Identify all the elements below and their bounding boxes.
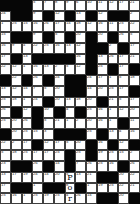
cell-r11c1[interactable]: 26 [0, 107, 11, 118]
cell-r18c4[interactable]: 1 [32, 183, 43, 194]
cell-code-number: 12 [12, 86, 17, 90]
cell-r6c10[interactable]: 13 [97, 54, 108, 65]
cell-code-number: 25 [1, 97, 6, 101]
cell-code-number: 20 [119, 193, 124, 197]
block-r4c11 [108, 32, 119, 43]
cell-code-number: 24 [33, 97, 38, 101]
cell-r3c3[interactable]: 15 [22, 21, 33, 32]
cell-r19c12[interactable]: 20 [118, 193, 129, 204]
cell-r8c10[interactable]: 17 [97, 75, 108, 86]
cell-code-number: 6 [76, 0, 78, 4]
cell-r10c11[interactable]: 21 [108, 97, 119, 108]
cell-r7c3[interactable]: 1 [22, 64, 33, 75]
cell-r15c13[interactable]: 2 [129, 150, 140, 161]
cell-r19c9[interactable]: 14 [86, 193, 97, 204]
cell-r8c2[interactable]: 22 [11, 75, 22, 86]
cell-r9c1[interactable]: 13 [0, 86, 11, 97]
cell-code-number: 12 [55, 11, 60, 15]
block-r6c2 [11, 54, 22, 65]
cell-r13c13[interactable]: 16 [129, 129, 140, 140]
cell-code-number: 20 [55, 172, 60, 176]
cell-r7c4[interactable]: 16 [32, 64, 43, 75]
cell-code-number: 1 [23, 97, 25, 101]
cell-code-number: 12 [12, 64, 17, 68]
cell-r19c3[interactable]: 1 [22, 193, 33, 204]
cell-r13c9[interactable]: 25 [86, 129, 97, 140]
cell-code-number: 20 [130, 107, 135, 111]
cell-r2c10[interactable]: 12 [97, 11, 108, 22]
given-letter: P [66, 173, 75, 182]
cell-r14c1[interactable]: 22 [0, 140, 11, 151]
cell-r11c12[interactable]: 12 [118, 107, 129, 118]
cell-code-number: 10 [44, 107, 49, 111]
cell-r7c5[interactable]: 13 [43, 64, 54, 75]
cell-code-number: 4 [119, 129, 121, 133]
cell-r15c3[interactable]: 25 [22, 150, 33, 161]
cell-r4c8[interactable]: 20 [75, 32, 86, 43]
cell-r9c4[interactable]: 7 [32, 86, 43, 97]
cell-r14c6[interactable]: 17 [54, 140, 65, 151]
cell-code-number: 15 [119, 150, 124, 154]
block-r5c9 [86, 43, 97, 54]
cell-r9c6[interactable]: 20 [54, 86, 65, 97]
cell-r2c1[interactable]: 24 [0, 11, 11, 22]
cell-code-number: 25 [55, 193, 60, 197]
cell-r12c11[interactable]: 1 [108, 118, 119, 129]
cell-r11c10[interactable]: 16 [97, 107, 108, 118]
block-r19c13 [129, 193, 140, 204]
cell-code-number: 22 [12, 75, 17, 79]
cell-r19c4[interactable]: 25 [32, 193, 43, 204]
cell-r14c3[interactable]: 17 [22, 140, 33, 151]
block-r17c10 [97, 172, 108, 183]
cell-r10c8[interactable]: 18 [75, 97, 86, 108]
cell-r8c4[interactable]: 26 [32, 75, 43, 86]
cell-r4c6[interactable]: 5 [54, 32, 65, 43]
cell-code-number: 17 [130, 97, 135, 101]
block-r5c10 [97, 43, 108, 54]
cell-r10c4[interactable]: 24 [32, 97, 43, 108]
cell-code-number: 10 [87, 0, 92, 4]
cell-r14c7[interactable]: 5 [65, 140, 76, 151]
block-r4c9 [86, 32, 97, 43]
cell-code-number: 7 [44, 0, 46, 4]
cell-r14c2[interactable]: 2 [11, 140, 22, 151]
cell-code-number: 21 [130, 183, 135, 187]
cell-code-number: 13 [76, 11, 81, 15]
block-r2c3 [22, 11, 33, 22]
block-r18c5 [43, 183, 54, 194]
cell-r17c3[interactable]: 19 [22, 172, 33, 183]
block-r14c13 [129, 140, 140, 151]
cell-r15c10[interactable]: 19 [97, 150, 108, 161]
cell-code-number: 26 [44, 21, 49, 25]
cell-r11c11[interactable]: 1 [108, 107, 119, 118]
cell-r6c1[interactable]: 17 [0, 54, 11, 65]
cell-code-number: 16 [130, 129, 135, 133]
cell-r12c3[interactable]: 26 [22, 118, 33, 129]
cell-r9c2[interactable]: 12 [11, 86, 22, 97]
cell-code-number: 4 [23, 43, 25, 47]
cell-r17c5[interactable]: 14 [43, 172, 54, 183]
cell-r3c10[interactable]: 16 [97, 21, 108, 32]
cell-r8c11[interactable]: 1 [108, 75, 119, 86]
cell-r19c8[interactable]: 26 [75, 193, 86, 204]
cell-r18c10[interactable]: 19 [97, 183, 108, 194]
cell-r7c6[interactable]: 2 [54, 64, 65, 75]
cell-r19c6[interactable]: 25 [54, 193, 65, 204]
cell-r3c6[interactable]: 17 [54, 21, 65, 32]
cell-code-number: 25 [76, 150, 81, 154]
cell-code-number: 17 [55, 140, 60, 144]
cell-code-number: 14 [66, 21, 71, 25]
cell-r3c13[interactable]: 22 [129, 21, 140, 32]
cell-r8c13[interactable]: 18 [129, 75, 140, 86]
cell-code-number: 25 [1, 193, 6, 197]
cell-r4c1[interactable]: 15 [0, 32, 11, 43]
cell-r15c2[interactable]: 18 [11, 150, 22, 161]
cell-code-number: 1 [23, 64, 25, 68]
block-r8c3 [22, 75, 33, 86]
cell-r16c8[interactable]: 7 [75, 161, 86, 172]
cell-r1c13[interactable]: 21 [129, 0, 140, 11]
cell-r5c2[interactable]: 9 [11, 43, 22, 54]
block-r13c7 [65, 129, 76, 140]
cell-r18c7[interactable]: 8o [65, 183, 76, 194]
cell-code-number: 2 [130, 11, 132, 15]
cell-r15c4[interactable]: 17 [32, 150, 43, 161]
cell-code-number: 1 [109, 75, 111, 79]
cell-r1c11[interactable]: 12 [108, 0, 119, 11]
cell-code-number: 20 [12, 129, 17, 133]
cell-code-number: 14 [23, 86, 28, 90]
cell-r18c11[interactable]: 25 [108, 183, 119, 194]
cell-code-number: 2 [12, 140, 14, 144]
cell-r5c6[interactable]: 16 [54, 43, 65, 54]
cell-r12c2[interactable]: 20 [11, 118, 22, 129]
cell-r15c11[interactable]: 25 [108, 150, 119, 161]
cell-code-number: 2 [76, 118, 78, 122]
cell-r3c11[interactable]: 11 [108, 21, 119, 32]
cell-r8c6[interactable]: 24 [54, 75, 65, 86]
block-r10c5 [43, 97, 54, 108]
block-r18c3 [22, 183, 33, 194]
cell-r14c8[interactable]: 20 [75, 140, 86, 151]
cell-r16c4[interactable]: 26 [32, 161, 43, 172]
cell-code-number: 21 [130, 0, 135, 4]
block-r11c4 [32, 107, 43, 118]
cell-r10c3[interactable]: 1 [22, 97, 33, 108]
cell-r9c11[interactable]: 25 [108, 86, 119, 97]
cell-code-number: 12 [109, 0, 114, 4]
cell-code-number: 20 [76, 32, 81, 36]
cell-code-number: 19 [23, 172, 28, 176]
cell-r1c7[interactable]: 9 [65, 0, 76, 11]
block-r2c2 [11, 11, 22, 22]
cell-code-number: 25 [12, 21, 17, 25]
cell-r18c1[interactable]: 17 [0, 183, 11, 194]
cell-r15c12[interactable]: 15 [118, 150, 129, 161]
cell-code-number: 2 [130, 150, 132, 154]
cell-code-number: 26 [119, 32, 124, 36]
cell-r5c11[interactable]: 2 [108, 43, 119, 54]
block-r1c1 [0, 0, 11, 11]
cell-r7c1[interactable]: 22 [0, 64, 11, 75]
cell-r4c4[interactable]: 9 [32, 32, 43, 43]
cell-r19c1[interactable]: 25 [0, 193, 11, 204]
block-r11c6 [54, 107, 65, 118]
block-r2c11 [108, 11, 119, 22]
cell-code-number: 14 [44, 172, 49, 176]
cell-r7c7[interactable]: 5 [65, 64, 76, 75]
cell-code-number: 17 [33, 150, 38, 154]
cell-r11c3[interactable]: 12 [22, 107, 33, 118]
cell-r10c12[interactable]: 5 [118, 97, 129, 108]
cell-r5c7[interactable]: 13 [65, 43, 76, 54]
cell-r11c7[interactable]: 4 [65, 107, 76, 118]
cell-code-number: 25 [98, 161, 103, 165]
cell-r10c6[interactable]: 20 [54, 97, 65, 108]
cell-r17c8[interactable]: 13 [75, 172, 86, 183]
cell-code-number: 5 [130, 32, 132, 36]
block-r13c1 [0, 129, 11, 140]
cell-r12c10[interactable]: 16 [97, 118, 108, 129]
cell-code-number: 18 [12, 150, 17, 154]
cell-r17c6[interactable]: 20 [54, 172, 65, 183]
cell-code-number: 23 [1, 161, 6, 165]
cell-r7c8[interactable]: 12 [75, 64, 86, 75]
block-r2c9 [86, 11, 97, 22]
cell-r5c3[interactable]: 4 [22, 43, 33, 54]
cell-code-number: 14 [87, 193, 92, 197]
cell-r17c7[interactable]: 5P [65, 172, 76, 183]
cell-r13c11[interactable]: 13 [108, 129, 119, 140]
cell-r17c1[interactable]: 13 [0, 172, 11, 183]
cell-r19c5[interactable]: 19 [43, 193, 54, 204]
block-r16c2 [11, 161, 22, 172]
cell-r3c1[interactable]: 1 [0, 21, 11, 32]
cell-r3c9[interactable]: 12 [86, 21, 97, 32]
cell-r17c4[interactable]: 24 [32, 172, 43, 183]
cell-r9c9[interactable]: 14 [86, 86, 97, 97]
cell-r3c8[interactable]: 18 [75, 21, 86, 32]
cell-r17c9[interactable]: 21 [86, 172, 97, 183]
cell-code-number: 9 [12, 43, 14, 47]
cell-r13c5[interactable]: 3 [43, 129, 54, 140]
cell-r3c4[interactable]: 16 [32, 21, 43, 32]
cell-r15c8[interactable]: 25 [75, 150, 86, 161]
cell-code-number: 21 [130, 54, 135, 58]
cell-r2c4[interactable]: 9 [32, 11, 43, 22]
cell-r12c13[interactable]: 11 [129, 118, 140, 129]
block-r18c6 [54, 183, 65, 194]
cell-code-number: 17 [1, 54, 6, 58]
cell-code-number: 26 [33, 75, 38, 79]
cell-r17c13[interactable]: 22 [129, 172, 140, 183]
cell-r16c6[interactable]: 14 [54, 161, 65, 172]
block-r9c7 [65, 86, 76, 97]
cell-r4c13[interactable]: 5 [129, 32, 140, 43]
cell-r5c13[interactable]: 17 [129, 43, 140, 54]
cell-r12c1[interactable]: 25 [0, 118, 11, 129]
cell-code-number: 17 [119, 64, 124, 68]
cell-code-number: 17 [130, 43, 135, 47]
block-r13c10 [97, 129, 108, 140]
cell-r2c13[interactable]: 2 [129, 11, 140, 22]
cell-code-number: 5 [33, 0, 35, 4]
cell-r7c10[interactable]: 25 [97, 64, 108, 75]
block-r4c5 [43, 32, 54, 43]
cell-r1c5[interactable]: 7 [43, 0, 54, 11]
cell-r10c1[interactable]: 25 [0, 97, 11, 108]
cell-r8c12[interactable]: 5 [118, 75, 129, 86]
cell-r19c2[interactable]: 16 [11, 193, 22, 204]
cell-r5c1[interactable]: 16 [0, 43, 11, 54]
block-r1c3 [22, 0, 33, 11]
cell-r6c3[interactable]: 13 [22, 54, 33, 65]
cell-r4c10[interactable]: 20 [97, 32, 108, 43]
cell-code-number: 13 [98, 54, 103, 58]
cell-code-number: 16 [12, 193, 17, 197]
cell-r17c2[interactable]: 17 [11, 172, 22, 183]
cell-r1c9[interactable]: 10 [86, 0, 97, 11]
cell-r11c9[interactable]: 25 [86, 107, 97, 118]
cell-r12c6[interactable]: 21 [54, 118, 65, 129]
cell-r12c5[interactable]: 5 [43, 118, 54, 129]
cell-r8c9[interactable]: 24 [86, 75, 97, 86]
cell-r15c5[interactable]: 17 [43, 150, 54, 161]
cell-r3c7[interactable]: 14 [65, 21, 76, 32]
cell-r17c12[interactable]: 20 [118, 172, 129, 183]
cell-r14c5[interactable]: 12 [43, 140, 54, 151]
cell-r18c9[interactable]: 1 [86, 183, 97, 194]
cell-code-number: 16 [33, 64, 38, 68]
cell-code-number: 24 [33, 172, 38, 176]
cell-r5c8[interactable]: 12 [75, 43, 86, 54]
cell-r15c6[interactable]: 25 [54, 150, 65, 161]
cell-r1c6[interactable]: 8 [54, 0, 65, 11]
cell-r1c10[interactable]: 11 [97, 0, 108, 11]
cell-r10c9[interactable]: 20 [86, 97, 97, 108]
cell-code-number: 16 [109, 161, 114, 165]
cell-code-number: 19 [98, 150, 103, 154]
cell-r13c4[interactable]: 15 [32, 129, 43, 140]
cell-code-number: 16 [55, 43, 60, 47]
cell-code-number: 25 [23, 150, 28, 154]
cell-r12c8[interactable]: 2 [75, 118, 86, 129]
cell-r16c13[interactable]: 26 [129, 161, 140, 172]
cell-r6c11[interactable]: 26 [108, 54, 119, 65]
cell-r13c3[interactable]: 25 [22, 129, 33, 140]
cell-r16c10[interactable]: 25 [97, 161, 108, 172]
cell-r5c5[interactable]: 25 [43, 43, 54, 54]
cell-r1c4[interactable]: 5 [32, 0, 43, 11]
block-r16c7 [65, 161, 76, 172]
cell-code-number: 25 [55, 150, 60, 154]
cell-code-number: 15 [23, 21, 28, 25]
cell-r9c12[interactable]: 17 [118, 86, 129, 97]
cell-code-number: 5 [119, 97, 121, 101]
cell-code-number: 1 [87, 183, 89, 187]
cell-code-number: 12 [23, 107, 28, 111]
block-r1c2 [11, 0, 22, 11]
cell-code-number: 17 [119, 86, 124, 90]
cell-r1c8[interactable]: 6 [75, 0, 86, 11]
cell-r18c12[interactable]: 22 [118, 183, 129, 194]
cell-r7c12[interactable]: 17 [118, 64, 129, 75]
cell-r2c6[interactable]: 12 [54, 11, 65, 22]
block-r4c3 [22, 32, 33, 43]
codeword-board: 5789610111217212491213122125151626171418… [0, 0, 140, 204]
cell-code-number: 5 [44, 118, 46, 122]
cell-code-number: 25 [44, 43, 49, 47]
cell-code-number: 25 [33, 193, 38, 197]
cell-code-number: 12 [76, 43, 81, 47]
cell-code-number: 9 [66, 0, 68, 4]
cell-r9c10[interactable]: 20 [97, 86, 108, 97]
cell-code-number: 25 [119, 21, 124, 25]
cell-r11c13[interactable]: 20 [129, 107, 140, 118]
cell-code-number: 22 [1, 64, 6, 68]
cell-r10c2[interactable]: 18 [11, 97, 22, 108]
cell-code-number: 20 [12, 118, 17, 122]
cell-r13c12[interactable]: 4 [118, 129, 129, 140]
cell-r6c12[interactable]: 17 [118, 54, 129, 65]
cell-code-number: 11 [109, 21, 113, 25]
cell-r1c12[interactable]: 17 [118, 0, 129, 11]
cell-r16c1[interactable]: 23 [0, 161, 11, 172]
cell-r13c2[interactable]: 20 [11, 129, 22, 140]
cell-code-number: 16 [98, 107, 103, 111]
cell-r9c3[interactable]: 14 [22, 86, 33, 97]
cell-r15c1[interactable]: 5 [0, 150, 11, 161]
cell-r5c4[interactable]: 22 [32, 43, 43, 54]
cell-r10c7[interactable]: 13 [65, 97, 76, 108]
cell-r6c13[interactable]: 21 [129, 54, 140, 65]
cell-r3c12[interactable]: 25 [118, 21, 129, 32]
cell-code-number: 26 [76, 193, 81, 197]
cell-r11c5[interactable]: 10 [43, 107, 54, 118]
cell-r3c5[interactable]: 26 [43, 21, 54, 32]
cell-r14c12[interactable]: 12 [118, 140, 129, 151]
cell-code-number: 16 [98, 21, 103, 25]
cell-r12c9[interactable]: 20 [86, 118, 97, 129]
block-r11c8 [75, 107, 86, 118]
cell-code-number: 17 [119, 0, 124, 4]
cell-code-number: 26 [23, 118, 28, 122]
cell-code-number: 25 [98, 64, 103, 68]
cell-code-number: 1 [1, 21, 3, 25]
cell-r16c11[interactable]: 16 [108, 161, 119, 172]
cell-r18c13[interactable]: 21 [129, 183, 140, 194]
cell-r14c10[interactable]: 16 [97, 140, 108, 151]
cell-code-number: 16 [1, 43, 6, 47]
cell-r7c2[interactable]: 12 [11, 64, 22, 75]
cell-r4c12[interactable]: 26 [118, 32, 129, 43]
cell-code-number: 17 [12, 172, 17, 176]
cell-r16c9[interactable]: 26 [86, 161, 97, 172]
cell-r6c8[interactable]: 16 [75, 54, 86, 65]
cell-r2c8[interactable]: 13 [75, 11, 86, 22]
cell-r10c13[interactable]: 17 [129, 97, 140, 108]
block-r6c9 [86, 54, 97, 65]
cell-r12c7[interactable]: 1 [65, 118, 76, 129]
cell-code-number: 21 [109, 97, 114, 101]
cell-r3c2[interactable]: 25 [11, 21, 22, 32]
cell-r19c7[interactable]: 4r [65, 193, 76, 204]
block-r15c7 [65, 150, 76, 161]
cell-r9c5[interactable]: 5 [43, 86, 54, 97]
